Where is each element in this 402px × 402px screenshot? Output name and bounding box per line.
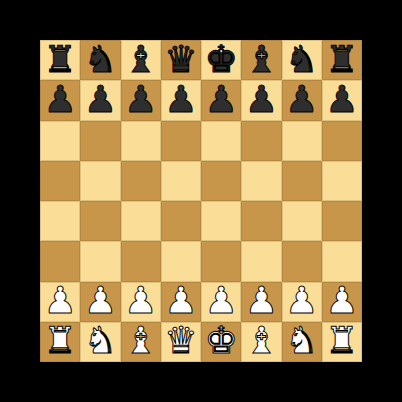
piece-white-rook[interactable]: ♜ xyxy=(325,322,358,359)
square-h7[interactable]: ♟ xyxy=(322,80,362,120)
square-h4[interactable] xyxy=(322,201,362,241)
piece-black-pawn[interactable]: ♟ xyxy=(245,81,278,118)
square-d5[interactable] xyxy=(161,161,201,201)
square-h3[interactable] xyxy=(322,241,362,281)
square-b2[interactable]: ♟ xyxy=(80,282,120,322)
square-f8[interactable]: ♝ xyxy=(241,40,281,80)
square-g7[interactable]: ♟ xyxy=(282,80,322,120)
square-c2[interactable]: ♟ xyxy=(121,282,161,322)
square-g6[interactable] xyxy=(282,121,322,161)
square-d4[interactable] xyxy=(161,201,201,241)
square-c1[interactable]: ♝ xyxy=(121,322,161,362)
piece-white-pawn[interactable]: ♟ xyxy=(84,282,117,319)
square-a4[interactable] xyxy=(40,201,80,241)
square-e6[interactable] xyxy=(201,121,241,161)
square-h5[interactable] xyxy=(322,161,362,201)
piece-black-rook[interactable]: ♜ xyxy=(325,41,358,78)
square-b5[interactable] xyxy=(80,161,120,201)
square-f5[interactable] xyxy=(241,161,281,201)
piece-black-bishop[interactable]: ♝ xyxy=(245,41,278,78)
square-e1[interactable]: ♚ xyxy=(201,322,241,362)
piece-black-pawn[interactable]: ♟ xyxy=(285,81,318,118)
square-b6[interactable] xyxy=(80,121,120,161)
square-a3[interactable] xyxy=(40,241,80,281)
square-c6[interactable] xyxy=(121,121,161,161)
piece-white-bishop[interactable]: ♝ xyxy=(124,322,157,359)
square-g1[interactable]: ♞ xyxy=(282,322,322,362)
piece-white-pawn[interactable]: ♟ xyxy=(325,282,358,319)
square-e3[interactable] xyxy=(201,241,241,281)
square-b8[interactable]: ♞ xyxy=(80,40,120,80)
square-a1[interactable]: ♜ xyxy=(40,322,80,362)
square-e8[interactable]: ♚ xyxy=(201,40,241,80)
square-b4[interactable] xyxy=(80,201,120,241)
piece-black-pawn[interactable]: ♟ xyxy=(164,81,197,118)
piece-white-pawn[interactable]: ♟ xyxy=(124,282,157,319)
square-b7[interactable]: ♟ xyxy=(80,80,120,120)
piece-white-pawn[interactable]: ♟ xyxy=(245,282,278,319)
square-e7[interactable]: ♟ xyxy=(201,80,241,120)
piece-white-pawn[interactable]: ♟ xyxy=(44,282,77,319)
square-a5[interactable] xyxy=(40,161,80,201)
square-f6[interactable] xyxy=(241,121,281,161)
chess-board: ♜♞♝♛♚♝♞♜♟♟♟♟♟♟♟♟♟♟♟♟♟♟♟♟♜♞♝♛♚♝♞♜ xyxy=(40,40,362,362)
square-g2[interactable]: ♟ xyxy=(282,282,322,322)
square-a6[interactable] xyxy=(40,121,80,161)
square-e5[interactable] xyxy=(201,161,241,201)
piece-black-rook[interactable]: ♜ xyxy=(44,41,77,78)
square-c8[interactable]: ♝ xyxy=(121,40,161,80)
square-d2[interactable]: ♟ xyxy=(161,282,201,322)
piece-black-pawn[interactable]: ♟ xyxy=(44,81,77,118)
square-e4[interactable] xyxy=(201,201,241,241)
piece-white-king[interactable]: ♚ xyxy=(205,322,238,359)
piece-black-bishop[interactable]: ♝ xyxy=(124,41,157,78)
square-b1[interactable]: ♞ xyxy=(80,322,120,362)
piece-black-pawn[interactable]: ♟ xyxy=(325,81,358,118)
square-f7[interactable]: ♟ xyxy=(241,80,281,120)
square-a2[interactable]: ♟ xyxy=(40,282,80,322)
piece-black-queen[interactable]: ♛ xyxy=(164,41,197,78)
piece-white-queen[interactable]: ♛ xyxy=(164,322,197,359)
square-f4[interactable] xyxy=(241,201,281,241)
square-g3[interactable] xyxy=(282,241,322,281)
square-f2[interactable]: ♟ xyxy=(241,282,281,322)
piece-white-pawn[interactable]: ♟ xyxy=(164,282,197,319)
background: ♜♞♝♛♚♝♞♜♟♟♟♟♟♟♟♟♟♟♟♟♟♟♟♟♜♞♝♛♚♝♞♜ xyxy=(0,0,402,402)
piece-white-pawn[interactable]: ♟ xyxy=(285,282,318,319)
square-g5[interactable] xyxy=(282,161,322,201)
square-b3[interactable] xyxy=(80,241,120,281)
piece-white-knight[interactable]: ♞ xyxy=(285,322,318,359)
square-d7[interactable]: ♟ xyxy=(161,80,201,120)
piece-black-pawn[interactable]: ♟ xyxy=(205,81,238,118)
piece-white-knight[interactable]: ♞ xyxy=(84,322,117,359)
square-e2[interactable]: ♟ xyxy=(201,282,241,322)
square-f1[interactable]: ♝ xyxy=(241,322,281,362)
square-c4[interactable] xyxy=(121,201,161,241)
square-h6[interactable] xyxy=(322,121,362,161)
piece-white-pawn[interactable]: ♟ xyxy=(205,282,238,319)
square-c3[interactable] xyxy=(121,241,161,281)
piece-black-pawn[interactable]: ♟ xyxy=(84,81,117,118)
square-a7[interactable]: ♟ xyxy=(40,80,80,120)
square-c5[interactable] xyxy=(121,161,161,201)
square-d3[interactable] xyxy=(161,241,201,281)
square-d1[interactable]: ♛ xyxy=(161,322,201,362)
square-c7[interactable]: ♟ xyxy=(121,80,161,120)
square-h8[interactable]: ♜ xyxy=(322,40,362,80)
piece-white-bishop[interactable]: ♝ xyxy=(245,322,278,359)
square-h2[interactable]: ♟ xyxy=(322,282,362,322)
square-g4[interactable] xyxy=(282,201,322,241)
piece-black-knight[interactable]: ♞ xyxy=(84,41,117,78)
piece-black-knight[interactable]: ♞ xyxy=(285,41,318,78)
piece-white-rook[interactable]: ♜ xyxy=(44,322,77,359)
piece-black-pawn[interactable]: ♟ xyxy=(124,81,157,118)
square-d6[interactable] xyxy=(161,121,201,161)
square-f3[interactable] xyxy=(241,241,281,281)
square-h1[interactable]: ♜ xyxy=(322,322,362,362)
square-g8[interactable]: ♞ xyxy=(282,40,322,80)
square-a8[interactable]: ♜ xyxy=(40,40,80,80)
square-d8[interactable]: ♛ xyxy=(161,40,201,80)
piece-black-king[interactable]: ♚ xyxy=(205,41,238,78)
